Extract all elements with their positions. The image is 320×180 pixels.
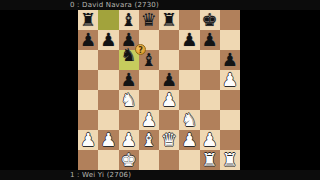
square-d2[interactable]: ♝	[139, 130, 159, 150]
square-a3[interactable]	[78, 110, 98, 130]
black-pawn[interactable]: ♟	[202, 31, 218, 49]
top-player-bar: 0 : David Navara (2730)	[0, 0, 320, 10]
square-e1[interactable]	[159, 150, 179, 170]
black-pawn[interactable]: ♟	[80, 31, 96, 49]
white-bishop[interactable]: ♝	[141, 131, 157, 149]
black-king[interactable]: ♚	[202, 11, 218, 29]
square-d4[interactable]	[139, 90, 159, 110]
square-e4[interactable]: ♟	[159, 90, 179, 110]
white-pawn[interactable]: ♟	[141, 111, 157, 129]
bottom-player-bar: 1 : Wei Yi (2706)	[0, 170, 320, 180]
square-c5[interactable]: ♟	[119, 70, 139, 90]
square-c2[interactable]: ♟	[119, 130, 139, 150]
video-frame: 0 : David Navara (2730) ♜♝♛♜♚♟♟♟♟♟♞♝♟♟♟♟…	[0, 0, 320, 180]
square-f2[interactable]: ♟	[179, 130, 199, 150]
white-pawn[interactable]: ♟	[181, 131, 197, 149]
square-c3[interactable]	[119, 110, 139, 130]
mistake-annotation-badge: ?	[135, 44, 146, 55]
square-d5[interactable]	[139, 70, 159, 90]
black-rook[interactable]: ♜	[80, 11, 96, 29]
square-g1[interactable]: ♜	[200, 150, 220, 170]
square-h2[interactable]	[220, 130, 240, 150]
white-rook[interactable]: ♜	[222, 151, 238, 169]
square-f7[interactable]: ♟	[179, 30, 199, 50]
black-rook[interactable]: ♜	[161, 11, 177, 29]
white-queen[interactable]: ♛	[161, 131, 177, 149]
white-pawn[interactable]: ♟	[100, 131, 116, 149]
square-h1[interactable]: ♜	[220, 150, 240, 170]
square-c1[interactable]: ♚	[119, 150, 139, 170]
square-b5[interactable]	[98, 70, 118, 90]
square-c8[interactable]: ♝	[119, 10, 139, 30]
square-b2[interactable]: ♟	[98, 130, 118, 150]
square-g3[interactable]	[200, 110, 220, 130]
white-pawn[interactable]: ♟	[222, 71, 238, 89]
square-f4[interactable]	[179, 90, 199, 110]
square-f8[interactable]	[179, 10, 199, 30]
square-g7[interactable]: ♟	[200, 30, 220, 50]
square-g5[interactable]	[200, 70, 220, 90]
bottom-player-label: 1 : Wei Yi (2706)	[70, 171, 131, 179]
square-h3[interactable]	[220, 110, 240, 130]
square-g4[interactable]	[200, 90, 220, 110]
square-a6[interactable]	[78, 50, 98, 70]
square-h7[interactable]	[220, 30, 240, 50]
square-h4[interactable]	[220, 90, 240, 110]
square-d8[interactable]: ♛	[139, 10, 159, 30]
square-a7[interactable]: ♟	[78, 30, 98, 50]
square-b6[interactable]	[98, 50, 118, 70]
white-pawn[interactable]: ♟	[202, 131, 218, 149]
white-pawn[interactable]: ♟	[80, 131, 96, 149]
black-pawn[interactable]: ♟	[181, 31, 197, 49]
square-a2[interactable]: ♟	[78, 130, 98, 150]
square-e2[interactable]: ♛	[159, 130, 179, 150]
white-king[interactable]: ♚	[121, 151, 137, 169]
square-e8[interactable]: ♜	[159, 10, 179, 30]
square-f5[interactable]	[179, 70, 199, 90]
white-pawn[interactable]: ♟	[121, 131, 137, 149]
white-rook[interactable]: ♜	[202, 151, 218, 169]
square-b3[interactable]	[98, 110, 118, 130]
square-h8[interactable]	[220, 10, 240, 30]
black-pawn[interactable]: ♟	[161, 71, 177, 89]
square-b7[interactable]: ♟	[98, 30, 118, 50]
square-a5[interactable]	[78, 70, 98, 90]
square-b4[interactable]	[98, 90, 118, 110]
black-pawn[interactable]: ♟	[100, 31, 116, 49]
white-knight[interactable]: ♞	[181, 111, 197, 129]
square-e3[interactable]	[159, 110, 179, 130]
white-knight[interactable]: ♞	[121, 91, 137, 109]
black-queen[interactable]: ♛	[141, 11, 157, 29]
square-a8[interactable]: ♜	[78, 10, 98, 30]
square-a4[interactable]	[78, 90, 98, 110]
square-f6[interactable]	[179, 50, 199, 70]
square-g2[interactable]: ♟	[200, 130, 220, 150]
square-e5[interactable]: ♟	[159, 70, 179, 90]
white-pawn[interactable]: ♟	[161, 91, 177, 109]
square-c4[interactable]: ♞	[119, 90, 139, 110]
square-b1[interactable]	[98, 150, 118, 170]
square-f3[interactable]: ♞	[179, 110, 199, 130]
square-d1[interactable]	[139, 150, 159, 170]
top-player-label: 0 : David Navara (2730)	[70, 1, 159, 9]
square-g6[interactable]	[200, 50, 220, 70]
black-bishop[interactable]: ♝	[121, 11, 137, 29]
chess-board[interactable]: ♜♝♛♜♚♟♟♟♟♟♞♝♟♟♟♟♞♟♟♞♟♟♟♝♛♟♟♚♜♜?	[78, 10, 240, 170]
square-e6[interactable]	[159, 50, 179, 70]
square-h6[interactable]: ♟	[220, 50, 240, 70]
black-pawn[interactable]: ♟	[121, 71, 137, 89]
square-g8[interactable]: ♚	[200, 10, 220, 30]
square-f1[interactable]	[179, 150, 199, 170]
square-b8[interactable]	[98, 10, 118, 30]
black-pawn[interactable]: ♟	[222, 51, 238, 69]
square-a1[interactable]	[78, 150, 98, 170]
square-e7[interactable]	[159, 30, 179, 50]
square-h5[interactable]: ♟	[220, 70, 240, 90]
square-d3[interactable]: ♟	[139, 110, 159, 130]
